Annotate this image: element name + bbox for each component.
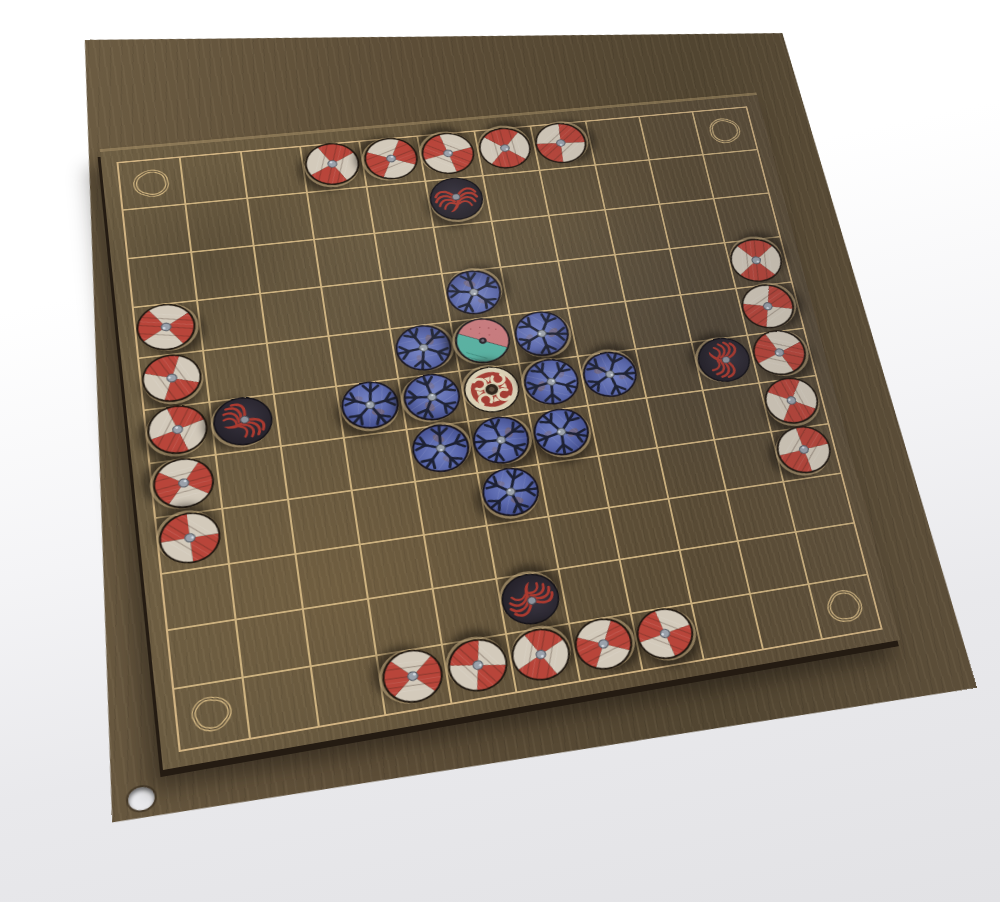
cell [586,117,650,165]
attacker-shield-piece [133,302,200,352]
cell [493,216,559,268]
cell [451,316,519,372]
cell [501,262,568,316]
cell [460,364,529,422]
photo-background [0,0,1000,902]
cell [315,234,383,288]
cell [223,500,296,564]
cell [560,560,632,624]
cell [443,268,511,322]
cell [606,204,672,255]
cell [139,352,210,411]
cell [129,252,198,308]
cell [308,187,375,240]
cell [198,295,268,352]
cell [559,256,626,309]
cell [391,323,460,380]
cell [174,678,250,749]
cell [242,147,309,199]
cell [772,424,840,482]
cell [484,171,550,222]
cell [150,455,223,518]
cell [338,379,408,438]
cell [254,240,322,295]
cell [478,465,549,526]
cell [784,474,853,533]
cell [715,193,780,243]
attacker-shield-piece [507,625,575,684]
cell [268,337,338,395]
cell [737,283,803,336]
cell [274,387,345,447]
cell [345,430,416,491]
cell [810,575,881,638]
cell [531,122,596,171]
cell [156,509,230,574]
cell [192,246,261,301]
defender-shield-piece [340,381,399,430]
cell [475,127,540,176]
cell [376,228,443,282]
cell [230,554,304,620]
cell [621,551,693,614]
cell [383,275,451,330]
raven-attacker-piece [696,336,750,384]
cell [282,438,354,500]
cell [416,473,487,535]
cell [261,288,330,344]
cell [248,193,316,246]
cell [550,210,616,262]
board-grid [116,106,882,752]
cell [217,447,289,509]
cell [507,625,581,692]
defender-shield-piece [477,463,544,520]
cell [289,491,362,554]
cell [569,302,637,357]
cell [323,281,392,337]
cell [360,137,426,188]
cell [488,517,560,580]
triquetra-knot-icon [181,687,241,741]
cell [469,414,539,473]
cell [123,205,192,259]
corner-hole [127,785,156,812]
cell [435,222,502,275]
cell [145,403,217,464]
attacker-shield-piece [728,238,785,282]
cell [134,301,204,359]
cell [378,645,453,714]
cell [425,526,497,590]
cell [418,132,483,182]
cell [632,604,704,669]
cell [296,545,369,610]
cell [210,395,281,456]
cell [244,667,320,737]
cell [610,499,681,560]
attacker-shield-piece [379,646,447,708]
cell [616,250,682,303]
cell [760,376,828,432]
raven-attacker-piece [425,174,489,224]
cell [599,448,669,508]
cell [530,406,600,465]
attacker-shield-piece [473,124,536,172]
cell [443,635,517,703]
cell [186,199,254,253]
cell [426,176,492,227]
cell [311,656,386,726]
cell [204,344,274,403]
cell [704,150,768,199]
cell [539,456,609,516]
cell [399,372,469,430]
triquetra-knot-icon [125,164,176,202]
cell [361,535,434,600]
cell [589,399,658,457]
cell [520,357,589,414]
attacker-shield-piece [300,139,364,189]
cell [797,524,867,585]
cell [748,329,815,383]
cell [408,422,479,482]
cell [330,330,399,387]
cell [596,160,661,210]
triquetra-knot-icon [823,587,867,626]
cell [353,482,425,545]
cell [693,108,756,156]
triquetra-knot-icon [700,111,749,150]
cell [540,166,605,216]
cell [118,158,186,211]
cell [726,238,791,290]
board-scene [100,95,900,770]
cell [549,508,620,570]
cell [368,182,435,234]
cell [511,309,579,364]
cell [181,152,248,204]
defender-shield-piece [470,414,533,467]
cell [570,614,643,680]
cell [302,142,368,193]
cell [579,350,647,406]
